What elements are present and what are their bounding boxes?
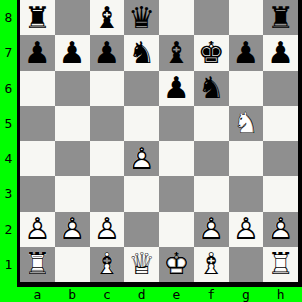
white-pawn[interactable]: ♟♙ (263, 212, 298, 247)
square-h6[interactable] (263, 71, 298, 106)
white-king[interactable]: ♚♔ (159, 247, 194, 282)
square-d7[interactable]: ♞ (124, 35, 159, 70)
square-h2[interactable]: ♟♙ (263, 212, 298, 247)
rank-label-1: 1 (0, 247, 17, 282)
black-pawn[interactable]: ♟ (159, 71, 194, 106)
square-f1[interactable]: ♝♗ (194, 247, 229, 282)
white-pawn[interactable]: ♟♙ (55, 212, 90, 247)
square-f4[interactable] (194, 141, 229, 176)
white-rook[interactable]: ♜♖ (263, 247, 298, 282)
white-piece-outline: ♖ (263, 247, 298, 282)
square-b5[interactable] (55, 106, 90, 141)
black-bishop[interactable]: ♝ (159, 35, 194, 70)
file-label-f: f (194, 286, 229, 302)
white-piece-outline: ♙ (124, 141, 159, 176)
rank-label-8: 8 (0, 0, 17, 35)
black-pawn[interactable]: ♟ (55, 35, 90, 70)
file-label-g: g (229, 286, 264, 302)
file-label-c: c (90, 286, 125, 302)
black-pawn[interactable]: ♟ (20, 35, 55, 70)
square-a5[interactable] (20, 106, 55, 141)
rank-label-7: 7 (0, 35, 17, 70)
square-d4[interactable]: ♟♙ (124, 141, 159, 176)
black-knight[interactable]: ♞ (124, 35, 159, 70)
square-h7[interactable]: ♟ (263, 35, 298, 70)
rank-label-4: 4 (0, 141, 17, 176)
white-piece-outline: ♙ (55, 212, 90, 247)
square-d6[interactable] (124, 71, 159, 106)
square-e1[interactable]: ♚♔ (159, 247, 194, 282)
square-f3[interactable] (194, 176, 229, 211)
square-h5[interactable] (263, 106, 298, 141)
white-piece-outline: ♙ (229, 212, 264, 247)
square-b6[interactable] (55, 71, 90, 106)
square-h8[interactable]: ♜ (263, 0, 298, 35)
square-f8[interactable] (194, 0, 229, 35)
square-c3[interactable] (90, 176, 125, 211)
square-a6[interactable] (20, 71, 55, 106)
white-piece-outline: ♙ (20, 212, 55, 247)
file-label-d: d (124, 286, 159, 302)
square-e2[interactable] (159, 212, 194, 247)
square-b4[interactable] (55, 141, 90, 176)
white-piece-outline: ♔ (159, 247, 194, 282)
square-c7[interactable]: ♟ (90, 35, 125, 70)
square-a2[interactable]: ♟♙ (20, 212, 55, 247)
square-h3[interactable] (263, 176, 298, 211)
file-labels: abcdefgh (20, 286, 298, 302)
square-g4[interactable] (229, 141, 264, 176)
white-pawn[interactable]: ♟♙ (229, 212, 264, 247)
square-c1[interactable]: ♝♗ (90, 247, 125, 282)
square-h1[interactable]: ♜♖ (263, 247, 298, 282)
square-a1[interactable]: ♜♖ (20, 247, 55, 282)
square-a4[interactable] (20, 141, 55, 176)
square-e5[interactable] (159, 106, 194, 141)
square-f5[interactable] (194, 106, 229, 141)
square-g5[interactable]: ♞♘ (229, 106, 264, 141)
black-pawn[interactable]: ♟ (229, 35, 264, 70)
square-h4[interactable] (263, 141, 298, 176)
white-queen[interactable]: ♛♕ (124, 247, 159, 282)
black-queen[interactable]: ♛ (124, 0, 159, 35)
black-rook[interactable]: ♜ (263, 0, 298, 35)
square-d5[interactable] (124, 106, 159, 141)
square-c6[interactable] (90, 71, 125, 106)
square-b7[interactable]: ♟ (55, 35, 90, 70)
rank-label-3: 3 (0, 176, 17, 211)
square-e6[interactable]: ♟ (159, 71, 194, 106)
black-rook[interactable]: ♜ (20, 0, 55, 35)
square-c8[interactable]: ♝ (90, 0, 125, 35)
rank-labels: 87654321 (0, 0, 17, 282)
square-c4[interactable] (90, 141, 125, 176)
file-label-h: h (263, 286, 298, 302)
white-pawn[interactable]: ♟♙ (90, 212, 125, 247)
white-knight[interactable]: ♞♘ (229, 106, 264, 141)
white-piece-outline: ♗ (90, 247, 125, 282)
white-bishop[interactable]: ♝♗ (90, 247, 125, 282)
square-b2[interactable]: ♟♙ (55, 212, 90, 247)
board-frame: ♜♝♛♜♟♟♟♞♝♚♟♟♟♞♞♘♟♙♟♙♟♙♟♙♟♙♟♙♟♙♜♖♝♗♛♕♚♔♝♗… (17, 0, 302, 287)
square-e4[interactable] (159, 141, 194, 176)
white-piece-outline: ♕ (124, 247, 159, 282)
square-f7[interactable]: ♚ (194, 35, 229, 70)
square-g8[interactable] (229, 0, 264, 35)
white-piece-outline: ♗ (194, 247, 229, 282)
file-label-b: b (55, 286, 90, 302)
white-piece-outline: ♙ (194, 212, 229, 247)
white-piece-outline: ♙ (90, 212, 125, 247)
rank-label-5: 5 (0, 106, 17, 141)
square-f6[interactable]: ♞ (194, 71, 229, 106)
rank-label-2: 2 (0, 212, 17, 247)
square-f2[interactable]: ♟♙ (194, 212, 229, 247)
chess-board: ♜♝♛♜♟♟♟♞♝♚♟♟♟♞♞♘♟♙♟♙♟♙♟♙♟♙♟♙♟♙♜♖♝♗♛♕♚♔♝♗… (20, 0, 298, 282)
black-pawn[interactable]: ♟ (90, 35, 125, 70)
square-d1[interactable]: ♛♕ (124, 247, 159, 282)
square-b3[interactable] (55, 176, 90, 211)
white-pawn[interactable]: ♟♙ (194, 212, 229, 247)
black-pawn[interactable]: ♟ (263, 35, 298, 70)
square-a3[interactable] (20, 176, 55, 211)
square-e3[interactable] (159, 176, 194, 211)
square-g3[interactable] (229, 176, 264, 211)
white-rook[interactable]: ♜♖ (20, 247, 55, 282)
white-pawn[interactable]: ♟♙ (124, 141, 159, 176)
black-bishop[interactable]: ♝ (90, 0, 125, 35)
chess-app-window: 87654321 ♜♝♛♜♟♟♟♞♝♚♟♟♟♞♞♘♟♙♟♙♟♙♟♙♟♙♟♙♟♙♜… (0, 0, 302, 302)
square-d3[interactable] (124, 176, 159, 211)
square-a8[interactable]: ♜ (20, 0, 55, 35)
square-d8[interactable]: ♛ (124, 0, 159, 35)
white-piece-outline: ♖ (20, 247, 55, 282)
file-label-e: e (159, 286, 194, 302)
square-g2[interactable]: ♟♙ (229, 212, 264, 247)
white-piece-outline: ♘ (229, 106, 264, 141)
square-d2[interactable] (124, 212, 159, 247)
square-c2[interactable]: ♟♙ (90, 212, 125, 247)
black-knight[interactable]: ♞ (194, 71, 229, 106)
rank-label-6: 6 (0, 71, 17, 106)
file-label-a: a (20, 286, 55, 302)
square-b8[interactable] (55, 0, 90, 35)
square-c5[interactable] (90, 106, 125, 141)
white-bishop[interactable]: ♝♗ (194, 247, 229, 282)
white-pawn[interactable]: ♟♙ (20, 212, 55, 247)
square-g6[interactable] (229, 71, 264, 106)
square-g1[interactable] (229, 247, 264, 282)
square-a7[interactable]: ♟ (20, 35, 55, 70)
square-e8[interactable] (159, 0, 194, 35)
square-g7[interactable]: ♟ (229, 35, 264, 70)
square-b1[interactable] (55, 247, 90, 282)
square-e7[interactable]: ♝ (159, 35, 194, 70)
black-king[interactable]: ♚ (194, 35, 229, 70)
white-piece-outline: ♙ (263, 212, 298, 247)
